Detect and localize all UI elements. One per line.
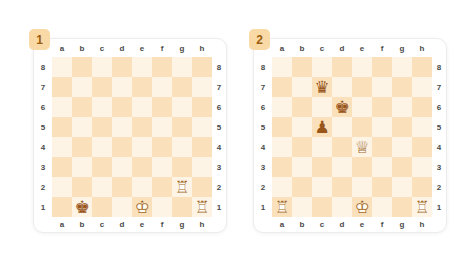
file-label-top-a: a <box>52 39 72 57</box>
square-b6 <box>292 97 312 117</box>
square-c3 <box>92 157 112 177</box>
square-h3 <box>192 157 212 177</box>
square-h4 <box>192 137 212 157</box>
rank-label-right-4: 4 <box>212 137 226 157</box>
square-h5 <box>412 117 432 137</box>
file-label-bottom-e: e <box>132 217 152 232</box>
square-a2 <box>272 177 292 197</box>
square-g6 <box>172 97 192 117</box>
square-d1 <box>332 197 352 217</box>
rank-label-left-8: 8 <box>254 57 272 77</box>
rank-label-right-2: 2 <box>212 177 226 197</box>
rank-label-right-1: 1 <box>212 197 226 217</box>
file-label-top-c: c <box>312 39 332 57</box>
square-d5 <box>112 117 132 137</box>
rank-label-left-5: 5 <box>254 117 272 137</box>
square-a5 <box>52 117 72 137</box>
square-b3 <box>292 157 312 177</box>
square-a5 <box>272 117 292 137</box>
square-g1 <box>172 197 192 217</box>
file-label-bottom-b: b <box>72 217 92 232</box>
white-rook: ♜♖ <box>172 177 192 197</box>
square-d7 <box>112 77 132 97</box>
square-a7 <box>272 77 292 97</box>
file-label-top-b: b <box>72 39 92 57</box>
square-g8 <box>172 57 192 77</box>
corner <box>212 39 226 57</box>
square-c1 <box>312 197 332 217</box>
black-queen-glyph: ♛ <box>312 77 332 97</box>
square-b8 <box>292 57 312 77</box>
square-e6 <box>132 97 152 117</box>
file-label-top-f: f <box>372 39 392 57</box>
file-label-bottom-h: h <box>192 217 212 232</box>
square-c7 <box>92 77 112 97</box>
square-c5 <box>92 117 112 137</box>
square-f7 <box>152 77 172 97</box>
rank-label-left-4: 4 <box>254 137 272 157</box>
file-label-top-b: b <box>292 39 312 57</box>
square-c8 <box>312 57 332 77</box>
file-label-bottom-d: d <box>332 217 352 232</box>
rank-label-right-8: 8 <box>212 57 226 77</box>
file-label-top-d: d <box>112 39 132 57</box>
square-e7 <box>132 77 152 97</box>
square-f8 <box>152 57 172 77</box>
square-a3 <box>272 157 292 177</box>
square-e3 <box>352 157 372 177</box>
rank-label-right-7: 7 <box>432 77 446 97</box>
square-c7: ♛ <box>312 77 332 97</box>
white-rook-glyph: ♖ <box>412 197 432 217</box>
rank-label-right-8: 8 <box>432 57 446 77</box>
rank-label-right-2: 2 <box>432 177 446 197</box>
square-d6: ♚ <box>332 97 352 117</box>
square-e1: ♚♔ <box>132 197 152 217</box>
square-h6 <box>412 97 432 117</box>
square-h7 <box>412 77 432 97</box>
square-f5 <box>152 117 172 137</box>
square-h5 <box>192 117 212 137</box>
square-f3 <box>372 157 392 177</box>
white-king-glyph: ♔ <box>352 197 372 217</box>
square-d4 <box>332 137 352 157</box>
square-h1: ♜♖ <box>192 197 212 217</box>
black-king: ♚ <box>72 197 92 217</box>
chess-puzzles-worksheet: 1 abcdefgh8877665544332♜♖21♚♚♔♜♖1abcdefg… <box>0 0 474 261</box>
square-f5 <box>372 117 392 137</box>
file-label-bottom-f: f <box>372 217 392 232</box>
file-label-top-d: d <box>332 39 352 57</box>
square-h1: ♜♖ <box>412 197 432 217</box>
black-king-glyph: ♚ <box>332 97 352 117</box>
square-h8 <box>192 57 212 77</box>
square-f6 <box>152 97 172 117</box>
square-g5 <box>392 117 412 137</box>
white-queen-glyph: ♕ <box>352 137 372 157</box>
square-f1 <box>372 197 392 217</box>
square-f8 <box>372 57 392 77</box>
square-f1 <box>152 197 172 217</box>
file-label-top-c: c <box>92 39 112 57</box>
square-d8 <box>332 57 352 77</box>
file-label-top-f: f <box>152 39 172 57</box>
white-king-glyph: ♔ <box>132 197 152 217</box>
white-rook-glyph: ♖ <box>172 177 192 197</box>
file-label-top-a: a <box>272 39 292 57</box>
rank-label-left-1: 1 <box>254 197 272 217</box>
square-c6 <box>312 97 332 117</box>
rank-label-left-5: 5 <box>34 117 52 137</box>
square-b3 <box>72 157 92 177</box>
black-queen: ♛ <box>312 77 332 97</box>
square-c6 <box>92 97 112 117</box>
square-b4 <box>292 137 312 157</box>
rank-label-left-6: 6 <box>34 97 52 117</box>
square-b5 <box>292 117 312 137</box>
file-label-bottom-f: f <box>152 217 172 232</box>
white-king: ♚♔ <box>352 197 372 217</box>
square-e2 <box>132 177 152 197</box>
rank-label-right-6: 6 <box>432 97 446 117</box>
square-g5 <box>172 117 192 137</box>
square-e4: ♛♕ <box>352 137 372 157</box>
corner <box>212 217 226 232</box>
white-rook: ♜♖ <box>272 197 292 217</box>
puzzle-card-2: 2 abcdefgh887♛76♚65♟54♛♕433221♜♖♚♔♜♖1abc… <box>253 38 447 233</box>
square-f4 <box>372 137 392 157</box>
square-a7 <box>52 77 72 97</box>
puzzle-number-2: 2 <box>256 33 263 47</box>
square-d4 <box>112 137 132 157</box>
rank-label-right-5: 5 <box>432 117 446 137</box>
file-label-bottom-c: c <box>312 217 332 232</box>
square-d3 <box>332 157 352 177</box>
white-king: ♚♔ <box>132 197 152 217</box>
file-label-bottom-h: h <box>412 217 432 232</box>
square-d3 <box>112 157 132 177</box>
square-c8 <box>92 57 112 77</box>
black-pawn-glyph: ♟ <box>312 117 332 137</box>
square-f2 <box>372 177 392 197</box>
puzzle-number-badge-1: 1 <box>29 29 50 50</box>
square-b4 <box>72 137 92 157</box>
square-g4 <box>172 137 192 157</box>
rank-label-left-2: 2 <box>254 177 272 197</box>
rank-label-left-3: 3 <box>254 157 272 177</box>
square-c2 <box>92 177 112 197</box>
corner <box>432 39 446 57</box>
square-f2 <box>152 177 172 197</box>
rank-label-left-3: 3 <box>34 157 52 177</box>
file-label-bottom-c: c <box>92 217 112 232</box>
rank-label-left-1: 1 <box>34 197 52 217</box>
square-e5 <box>132 117 152 137</box>
square-g1 <box>392 197 412 217</box>
square-b2 <box>292 177 312 197</box>
file-label-top-g: g <box>392 39 412 57</box>
file-label-top-e: e <box>132 39 152 57</box>
rank-label-right-6: 6 <box>212 97 226 117</box>
square-d8 <box>112 57 132 77</box>
square-a1: ♜♖ <box>272 197 292 217</box>
square-d6 <box>112 97 132 117</box>
rank-label-right-5: 5 <box>212 117 226 137</box>
square-a8 <box>52 57 72 77</box>
white-rook: ♜♖ <box>412 197 432 217</box>
file-label-top-h: h <box>412 39 432 57</box>
square-d5 <box>332 117 352 137</box>
square-b6 <box>72 97 92 117</box>
square-e2 <box>352 177 372 197</box>
corner <box>34 217 52 232</box>
rank-label-right-4: 4 <box>432 137 446 157</box>
square-g6 <box>392 97 412 117</box>
file-label-bottom-a: a <box>52 217 72 232</box>
file-label-bottom-a: a <box>272 217 292 232</box>
square-d2 <box>332 177 352 197</box>
white-queen: ♛♕ <box>352 137 372 157</box>
square-b7 <box>292 77 312 97</box>
file-label-bottom-e: e <box>352 217 372 232</box>
square-c1 <box>92 197 112 217</box>
file-label-top-e: e <box>352 39 372 57</box>
rank-label-left-4: 4 <box>34 137 52 157</box>
black-king-glyph: ♚ <box>72 197 92 217</box>
square-c2 <box>312 177 332 197</box>
square-h8 <box>412 57 432 77</box>
square-e8 <box>352 57 372 77</box>
square-g2: ♜♖ <box>172 177 192 197</box>
file-label-bottom-g: g <box>392 217 412 232</box>
square-a2 <box>52 177 72 197</box>
file-label-bottom-g: g <box>172 217 192 232</box>
rank-label-right-1: 1 <box>432 197 446 217</box>
square-f6 <box>372 97 392 117</box>
black-pawn: ♟ <box>312 117 332 137</box>
square-h2 <box>192 177 212 197</box>
chess-board-1: abcdefgh8877665544332♜♖21♚♚♔♜♖1abcdefgh <box>34 39 226 232</box>
square-b5 <box>72 117 92 137</box>
puzzle-card-1: 1 abcdefgh8877665544332♜♖21♚♚♔♜♖1abcdefg… <box>33 38 227 233</box>
square-h3 <box>412 157 432 177</box>
square-b2 <box>72 177 92 197</box>
file-label-top-g: g <box>172 39 192 57</box>
square-a6 <box>272 97 292 117</box>
square-b8 <box>72 57 92 77</box>
square-d2 <box>112 177 132 197</box>
square-a8 <box>272 57 292 77</box>
square-g8 <box>392 57 412 77</box>
rank-label-left-7: 7 <box>34 77 52 97</box>
square-g4 <box>392 137 412 157</box>
square-c3 <box>312 157 332 177</box>
square-c4 <box>312 137 332 157</box>
square-e6 <box>352 97 372 117</box>
file-label-top-h: h <box>192 39 212 57</box>
square-h7 <box>192 77 212 97</box>
rank-label-left-8: 8 <box>34 57 52 77</box>
square-h4 <box>412 137 432 157</box>
corner <box>432 217 446 232</box>
square-d1 <box>112 197 132 217</box>
square-a4 <box>272 137 292 157</box>
square-g3 <box>392 157 412 177</box>
corner <box>254 217 272 232</box>
square-a6 <box>52 97 72 117</box>
square-g7 <box>172 77 192 97</box>
square-a4 <box>52 137 72 157</box>
square-d7 <box>332 77 352 97</box>
square-a3 <box>52 157 72 177</box>
file-label-bottom-d: d <box>112 217 132 232</box>
square-g3 <box>172 157 192 177</box>
square-b7 <box>72 77 92 97</box>
rank-label-left-2: 2 <box>34 177 52 197</box>
black-king: ♚ <box>332 97 352 117</box>
square-e1: ♚♔ <box>352 197 372 217</box>
puzzle-number-badge-2: 2 <box>249 29 270 50</box>
square-h2 <box>412 177 432 197</box>
rank-label-left-6: 6 <box>254 97 272 117</box>
rank-label-right-3: 3 <box>212 157 226 177</box>
square-f4 <box>152 137 172 157</box>
rank-label-left-7: 7 <box>254 77 272 97</box>
file-label-bottom-b: b <box>292 217 312 232</box>
rank-label-right-3: 3 <box>432 157 446 177</box>
white-rook-glyph: ♖ <box>192 197 212 217</box>
square-e4 <box>132 137 152 157</box>
square-f7 <box>372 77 392 97</box>
puzzle-number-1: 1 <box>36 33 43 47</box>
rank-label-right-7: 7 <box>212 77 226 97</box>
square-e8 <box>132 57 152 77</box>
square-e7 <box>352 77 372 97</box>
square-b1 <box>292 197 312 217</box>
square-e3 <box>132 157 152 177</box>
square-h6 <box>192 97 212 117</box>
white-rook-glyph: ♖ <box>272 197 292 217</box>
square-a1 <box>52 197 72 217</box>
white-rook: ♜♖ <box>192 197 212 217</box>
square-f3 <box>152 157 172 177</box>
square-g7 <box>392 77 412 97</box>
square-c4 <box>92 137 112 157</box>
chess-board-2: abcdefgh887♛76♚65♟54♛♕433221♜♖♚♔♜♖1abcde… <box>254 39 446 232</box>
square-b1: ♚ <box>72 197 92 217</box>
square-g2 <box>392 177 412 197</box>
square-e5 <box>352 117 372 137</box>
square-c5: ♟ <box>312 117 332 137</box>
